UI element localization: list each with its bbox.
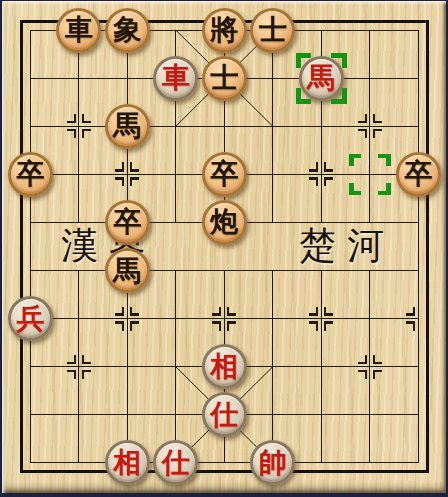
xiangqi-app: 漢界 楚河 車象將士車士馬馬卒卒卒卒炮馬兵相仕相仕帥 xyxy=(0,0,448,497)
last-move-destination-highlight xyxy=(0,0,448,497)
last-move-to-marker xyxy=(298,55,344,101)
